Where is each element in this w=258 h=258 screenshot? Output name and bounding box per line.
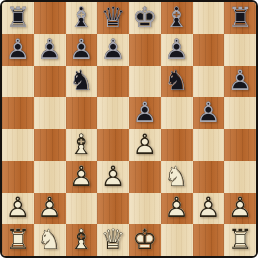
pawn-glyph-outline: ♙: [193, 97, 225, 129]
square-f3[interactable]: ♞♘: [161, 161, 193, 193]
piece-black-pawn[interactable]: ♟♙: [224, 66, 256, 98]
square-b2[interactable]: ♟♙: [34, 193, 66, 225]
square-e3[interactable]: [129, 161, 161, 193]
piece-white-rook[interactable]: ♜♖: [224, 224, 256, 256]
rook-glyph-outline: ♖: [224, 224, 256, 256]
square-c3[interactable]: ♟♙: [66, 161, 98, 193]
bishop-glyph-outline: ♗: [66, 2, 98, 34]
piece-white-bishop[interactable]: ♝♗: [66, 224, 98, 256]
square-e4[interactable]: ♟♙: [129, 129, 161, 161]
king-glyph-outline: ♔: [129, 2, 161, 34]
piece-white-queen[interactable]: ♛♕: [97, 224, 129, 256]
square-b6[interactable]: [34, 66, 66, 98]
square-f8[interactable]: ♝♗: [161, 2, 193, 34]
square-g1[interactable]: [193, 224, 225, 256]
piece-black-pawn[interactable]: ♟♙: [129, 97, 161, 129]
square-f6[interactable]: ♞♘: [161, 66, 193, 98]
pawn-glyph-outline: ♙: [129, 129, 161, 161]
square-f5[interactable]: [161, 97, 193, 129]
pawn-glyph-outline: ♙: [66, 161, 98, 193]
piece-white-pawn[interactable]: ♟♙: [34, 193, 66, 225]
square-a6[interactable]: [2, 66, 34, 98]
rook-glyph-outline: ♖: [2, 2, 34, 34]
square-c8[interactable]: ♝♗: [66, 2, 98, 34]
piece-black-pawn[interactable]: ♟♙: [97, 34, 129, 66]
square-e8[interactable]: ♚♔: [129, 2, 161, 34]
pawn-glyph-outline: ♙: [66, 34, 98, 66]
square-a7[interactable]: ♟♙: [2, 34, 34, 66]
square-b7[interactable]: ♟♙: [34, 34, 66, 66]
bishop-glyph-outline: ♗: [66, 129, 98, 161]
square-a4[interactable]: [2, 129, 34, 161]
piece-black-king[interactable]: ♚♔: [129, 2, 161, 34]
pawn-glyph-outline: ♙: [34, 34, 66, 66]
pawn-glyph-outline: ♙: [193, 193, 225, 225]
square-c4[interactable]: ♝♗: [66, 129, 98, 161]
square-h1[interactable]: ♜♖: [224, 224, 256, 256]
square-g6[interactable]: [193, 66, 225, 98]
square-b8[interactable]: [34, 2, 66, 34]
piece-black-bishop[interactable]: ♝♗: [161, 2, 193, 34]
piece-black-pawn[interactable]: ♟♙: [66, 34, 98, 66]
square-h5[interactable]: [224, 97, 256, 129]
queen-glyph-outline: ♕: [97, 2, 129, 34]
piece-black-rook[interactable]: ♜♖: [2, 2, 34, 34]
pawn-glyph-outline: ♙: [2, 34, 34, 66]
rook-glyph-outline: ♖: [2, 224, 34, 256]
square-h6[interactable]: ♟♙: [224, 66, 256, 98]
square-a2[interactable]: ♟♙: [2, 193, 34, 225]
square-b1[interactable]: ♞♘: [34, 224, 66, 256]
pawn-glyph-outline: ♙: [2, 193, 34, 225]
square-b3[interactable]: [34, 161, 66, 193]
piece-black-pawn[interactable]: ♟♙: [161, 34, 193, 66]
piece-black-knight[interactable]: ♞♘: [66, 66, 98, 98]
king-glyph-outline: ♔: [129, 224, 161, 256]
square-h3[interactable]: [224, 161, 256, 193]
square-c1[interactable]: ♝♗: [66, 224, 98, 256]
square-e2[interactable]: [129, 193, 161, 225]
piece-white-pawn[interactable]: ♟♙: [193, 193, 225, 225]
piece-black-bishop[interactable]: ♝♗: [66, 2, 98, 34]
square-d7[interactable]: ♟♙: [97, 34, 129, 66]
piece-white-pawn[interactable]: ♟♙: [66, 161, 98, 193]
piece-white-pawn[interactable]: ♟♙: [224, 193, 256, 225]
square-a5[interactable]: [2, 97, 34, 129]
square-a3[interactable]: [2, 161, 34, 193]
piece-black-pawn[interactable]: ♟♙: [34, 34, 66, 66]
knight-glyph-outline: ♘: [161, 161, 193, 193]
square-e5[interactable]: ♟♙: [129, 97, 161, 129]
square-d5[interactable]: [97, 97, 129, 129]
knight-glyph-outline: ♘: [34, 224, 66, 256]
piece-white-knight[interactable]: ♞♘: [34, 224, 66, 256]
square-d8[interactable]: ♛♕: [97, 2, 129, 34]
piece-white-pawn[interactable]: ♟♙: [161, 193, 193, 225]
square-d3[interactable]: ♟♙: [97, 161, 129, 193]
knight-glyph-outline: ♘: [66, 66, 98, 98]
square-a1[interactable]: ♜♖: [2, 224, 34, 256]
pawn-glyph-outline: ♙: [161, 34, 193, 66]
square-d6[interactable]: [97, 66, 129, 98]
square-e7[interactable]: [129, 34, 161, 66]
square-d4[interactable]: [97, 129, 129, 161]
piece-black-knight[interactable]: ♞♘: [161, 66, 193, 98]
pawn-glyph-outline: ♙: [224, 66, 256, 98]
piece-white-knight[interactable]: ♞♘: [161, 161, 193, 193]
pawn-glyph-outline: ♙: [129, 97, 161, 129]
square-h4[interactable]: [224, 129, 256, 161]
square-f1[interactable]: [161, 224, 193, 256]
piece-black-pawn[interactable]: ♟♙: [193, 97, 225, 129]
piece-black-queen[interactable]: ♛♕: [97, 2, 129, 34]
square-a8[interactable]: ♜♖: [2, 2, 34, 34]
piece-white-pawn[interactable]: ♟♙: [97, 161, 129, 193]
square-g7[interactable]: [193, 34, 225, 66]
piece-black-pawn[interactable]: ♟♙: [2, 34, 34, 66]
piece-white-rook[interactable]: ♜♖: [2, 224, 34, 256]
square-f7[interactable]: ♟♙: [161, 34, 193, 66]
square-h8[interactable]: ♜♖: [224, 2, 256, 34]
square-g2[interactable]: ♟♙: [193, 193, 225, 225]
square-f4[interactable]: [161, 129, 193, 161]
square-c7[interactable]: ♟♙: [66, 34, 98, 66]
piece-white-pawn[interactable]: ♟♙: [129, 129, 161, 161]
chess-board-frame: ♜♖♝♗♛♕♚♔♝♗♜♖♟♙♟♙♟♙♟♙♟♙♞♘♞♘♟♙♟♙♟♙♝♗♟♙♟♙♟♙…: [0, 0, 258, 258]
square-b4[interactable]: [34, 129, 66, 161]
pawn-glyph-outline: ♙: [97, 161, 129, 193]
piece-white-pawn[interactable]: ♟♙: [2, 193, 34, 225]
square-e6[interactable]: [129, 66, 161, 98]
knight-glyph-outline: ♘: [161, 66, 193, 98]
square-c2[interactable]: [66, 193, 98, 225]
square-g5[interactable]: ♟♙: [193, 97, 225, 129]
queen-glyph-outline: ♕: [97, 224, 129, 256]
pawn-glyph-outline: ♙: [97, 34, 129, 66]
square-g4[interactable]: [193, 129, 225, 161]
piece-white-king[interactable]: ♚♔: [129, 224, 161, 256]
square-d2[interactable]: [97, 193, 129, 225]
chess-board: ♜♖♝♗♛♕♚♔♝♗♜♖♟♙♟♙♟♙♟♙♟♙♞♘♞♘♟♙♟♙♟♙♝♗♟♙♟♙♟♙…: [2, 2, 256, 256]
square-d1[interactable]: ♛♕: [97, 224, 129, 256]
square-g8[interactable]: [193, 2, 225, 34]
pawn-glyph-outline: ♙: [34, 193, 66, 225]
square-e1[interactable]: ♚♔: [129, 224, 161, 256]
bishop-glyph-outline: ♗: [161, 2, 193, 34]
square-f2[interactable]: ♟♙: [161, 193, 193, 225]
square-g3[interactable]: [193, 161, 225, 193]
square-h7[interactable]: [224, 34, 256, 66]
rook-glyph-outline: ♖: [224, 2, 256, 34]
square-b5[interactable]: [34, 97, 66, 129]
piece-white-bishop[interactable]: ♝♗: [66, 129, 98, 161]
bishop-glyph-outline: ♗: [66, 224, 98, 256]
piece-black-rook[interactable]: ♜♖: [224, 2, 256, 34]
square-h2[interactable]: ♟♙: [224, 193, 256, 225]
pawn-glyph-outline: ♙: [224, 193, 256, 225]
pawn-glyph-outline: ♙: [161, 193, 193, 225]
square-c5[interactable]: [66, 97, 98, 129]
square-c6[interactable]: ♞♘: [66, 66, 98, 98]
